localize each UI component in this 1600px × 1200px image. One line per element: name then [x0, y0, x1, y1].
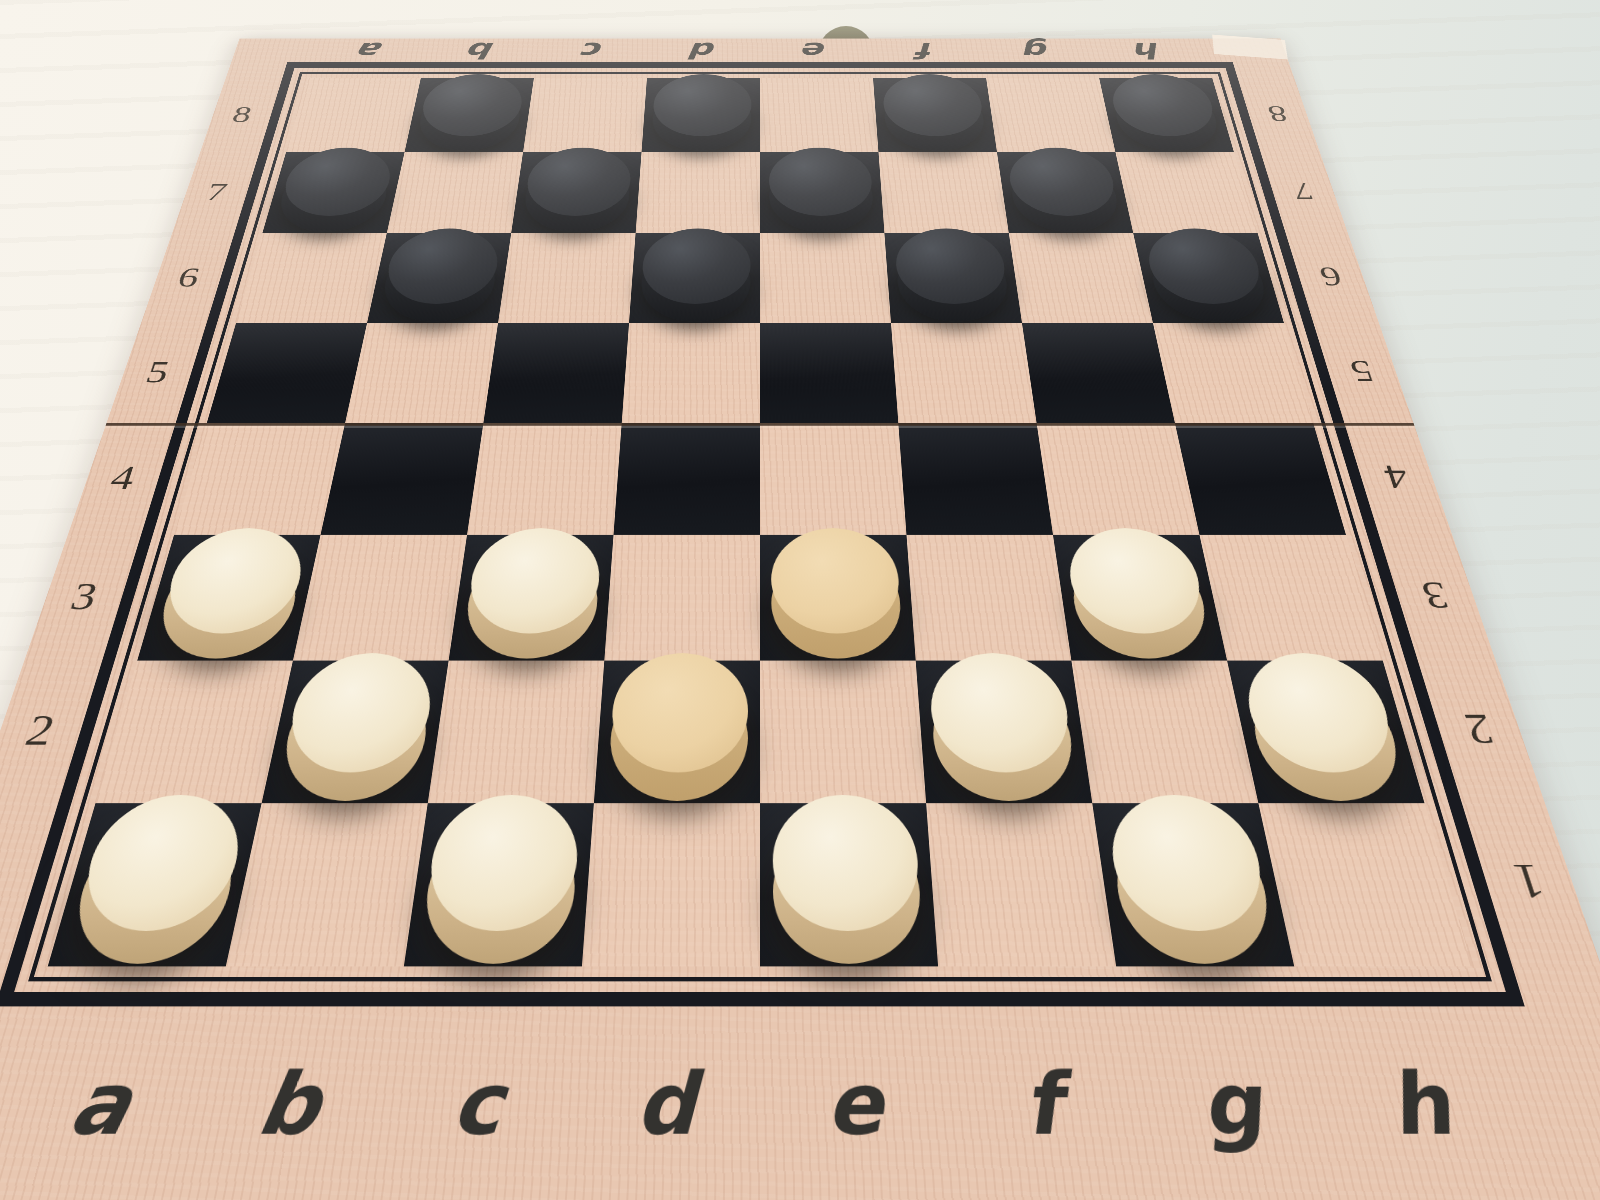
- file-label-top-f: f: [870, 39, 984, 63]
- checker-piece-black-a7[interactable]: [272, 162, 393, 231]
- square-h4[interactable]: [1175, 423, 1346, 535]
- square-b7[interactable]: [387, 152, 523, 233]
- square-f8[interactable]: [873, 78, 997, 152]
- fold-seam: [106, 423, 1415, 426]
- file-label-top-c: c: [536, 39, 650, 63]
- square-f3[interactable]: [906, 535, 1071, 661]
- square-b1[interactable]: [226, 803, 428, 966]
- square-f7[interactable]: [878, 152, 1008, 233]
- table-surface: abcdefgh 87654321 87654321 abcdefgh: [0, 0, 1600, 1200]
- checker-piece-white-f2[interactable]: [929, 679, 1080, 801]
- file-label-bottom-g: g: [1124, 1023, 1343, 1189]
- file-label-bottom-d: d: [566, 1023, 760, 1189]
- square-e5[interactable]: [760, 323, 898, 423]
- square-a6[interactable]: [236, 233, 387, 323]
- square-d7[interactable]: [636, 152, 760, 233]
- square-f5[interactable]: [891, 323, 1037, 423]
- checker-piece-black-d8[interactable]: [651, 88, 752, 151]
- file-label-top-e: e: [760, 39, 872, 63]
- checker-piece-white-e1[interactable]: [773, 824, 925, 964]
- square-a4[interactable]: [174, 423, 345, 535]
- square-a8[interactable]: [286, 78, 421, 152]
- square-b6[interactable]: [367, 233, 511, 323]
- square-d5[interactable]: [622, 323, 760, 423]
- square-e2[interactable]: [760, 661, 926, 804]
- checker-piece-black-b8[interactable]: [414, 88, 524, 151]
- file-label-bottom-f: f: [942, 1023, 1149, 1189]
- file-label-top-g: g: [980, 39, 1095, 63]
- square-b2[interactable]: [262, 661, 449, 804]
- square-h8[interactable]: [1099, 78, 1234, 152]
- checker-top: [651, 74, 751, 136]
- square-c2[interactable]: [428, 661, 605, 804]
- square-f1[interactable]: [926, 803, 1116, 966]
- square-b4[interactable]: [321, 423, 484, 535]
- square-d8[interactable]: [642, 78, 760, 152]
- square-g3[interactable]: [1053, 535, 1227, 661]
- square-a2[interactable]: [95, 661, 292, 804]
- checker-piece-white-g1[interactable]: [1108, 824, 1280, 964]
- file-label-top-d: d: [648, 39, 760, 63]
- square-e7[interactable]: [760, 152, 884, 233]
- square-c3[interactable]: [449, 535, 614, 661]
- square-d1[interactable]: [582, 803, 760, 966]
- square-b3[interactable]: [293, 535, 467, 661]
- square-g4[interactable]: [1037, 423, 1200, 535]
- square-a1[interactable]: [48, 803, 262, 966]
- square-d6[interactable]: [629, 233, 760, 323]
- square-c1[interactable]: [404, 803, 594, 966]
- checker-piece-black-h8[interactable]: [1110, 88, 1225, 151]
- square-h2[interactable]: [1227, 661, 1424, 804]
- square-a3[interactable]: [137, 535, 320, 661]
- checker-piece-black-b6[interactable]: [377, 245, 500, 322]
- inner-frame-line: [28, 72, 1492, 981]
- checker-piece-black-f8[interactable]: [882, 88, 988, 151]
- file-label-bottom-e: e: [760, 1023, 954, 1189]
- square-c4[interactable]: [467, 423, 622, 535]
- checker-top: [640, 229, 751, 304]
- square-e8[interactable]: [760, 78, 878, 152]
- square-c8[interactable]: [523, 78, 647, 152]
- file-label-bottom-h: h: [1307, 1023, 1538, 1189]
- checker-piece-black-g7[interactable]: [1007, 162, 1123, 231]
- square-b8[interactable]: [405, 78, 534, 152]
- square-h3[interactable]: [1199, 535, 1382, 661]
- checker-piece-black-e7[interactable]: [769, 162, 875, 231]
- square-f4[interactable]: [898, 423, 1053, 535]
- file-label-top-b: b: [424, 39, 539, 63]
- checker-piece-white-e3[interactable]: [771, 551, 904, 659]
- file-label-top-a: a: [312, 39, 429, 63]
- square-a5[interactable]: [207, 323, 367, 423]
- file-label-bottom-b: b: [177, 1023, 396, 1189]
- checker-piece-white-b2[interactable]: [275, 679, 435, 801]
- square-c7[interactable]: [511, 152, 641, 233]
- checker-top: [71, 795, 251, 931]
- square-g5[interactable]: [1022, 323, 1175, 423]
- file-label-bottom-c: c: [371, 1023, 578, 1189]
- checker-piece-white-a3[interactable]: [149, 551, 305, 659]
- square-e1[interactable]: [760, 803, 938, 966]
- checker-piece-black-h6[interactable]: [1145, 245, 1274, 322]
- square-e3[interactable]: [760, 535, 916, 661]
- square-c6[interactable]: [498, 233, 636, 323]
- square-d2[interactable]: [594, 661, 760, 804]
- square-g8[interactable]: [986, 78, 1115, 152]
- board-grid: [48, 78, 1473, 966]
- checker-piece-white-a1[interactable]: [62, 824, 245, 964]
- square-g7[interactable]: [997, 152, 1133, 233]
- square-c5[interactable]: [483, 323, 629, 423]
- square-d3[interactable]: [604, 535, 760, 661]
- square-h6[interactable]: [1133, 233, 1284, 323]
- square-e4[interactable]: [760, 423, 906, 535]
- square-f2[interactable]: [916, 661, 1093, 804]
- checker-piece-black-d6[interactable]: [639, 245, 751, 322]
- square-g6[interactable]: [1009, 233, 1153, 323]
- square-e6[interactable]: [760, 233, 891, 323]
- square-a7[interactable]: [262, 152, 404, 233]
- file-labels-bottom: abcdefgh: [0, 1023, 1537, 1189]
- square-h5[interactable]: [1153, 323, 1313, 423]
- checker-piece-white-d2[interactable]: [606, 679, 748, 801]
- square-h7[interactable]: [1115, 152, 1257, 233]
- square-f6[interactable]: [884, 233, 1022, 323]
- checker-piece-black-f6[interactable]: [895, 245, 1012, 322]
- checker-piece-white-c1[interactable]: [418, 824, 580, 964]
- checker-piece-white-g3[interactable]: [1066, 551, 1215, 659]
- checker-piece-black-c7[interactable]: [521, 162, 632, 231]
- wood-chip-mark: [1212, 35, 1288, 60]
- square-b5[interactable]: [345, 323, 498, 423]
- file-label-top-h: h: [1090, 39, 1207, 63]
- file-labels-top: abcdefgh: [312, 39, 1207, 63]
- checker-piece-white-c3[interactable]: [461, 551, 602, 659]
- square-g2[interactable]: [1071, 661, 1258, 804]
- square-h1[interactable]: [1258, 803, 1472, 966]
- checkers-board: abcdefgh 87654321 87654321 abcdefgh: [0, 39, 1600, 1200]
- checker-piece-white-h2[interactable]: [1243, 679, 1412, 801]
- square-d4[interactable]: [614, 423, 760, 535]
